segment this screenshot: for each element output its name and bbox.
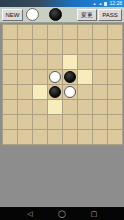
board-cell-f1[interactable] xyxy=(78,25,93,40)
recents-icon[interactable]: ▢ xyxy=(90,210,98,217)
board-cell-h3[interactable] xyxy=(108,55,123,70)
wifi-icon: ▲ xyxy=(93,2,97,6)
board-cell-h4[interactable] xyxy=(108,70,123,85)
board-cell-a4[interactable] xyxy=(3,70,18,85)
board-cell-h8[interactable] xyxy=(108,130,123,145)
board-cell-e1[interactable] xyxy=(63,25,78,40)
board-cell-b3[interactable] xyxy=(18,55,33,70)
navigation-bar: ◁ ◯ ▢ xyxy=(0,207,124,220)
board-cell-b7[interactable] xyxy=(18,115,33,130)
board-cell-a6[interactable] xyxy=(3,100,18,115)
board-cell-d6-legal-move[interactable] xyxy=(48,100,63,115)
board-cell-c3[interactable] xyxy=(33,55,48,70)
app-screen: ▲ ▲ 12:28 NEW 変更 PASS ◁ ◯ ▢ xyxy=(0,0,124,220)
board-cell-b8[interactable] xyxy=(18,130,33,145)
board-cell-b6[interactable] xyxy=(18,100,33,115)
board-cell-e8[interactable] xyxy=(63,130,78,145)
board-cell-h1[interactable] xyxy=(108,25,123,40)
board-cell-e6[interactable] xyxy=(63,100,78,115)
battery-icon xyxy=(104,2,107,6)
board-cell-c7[interactable] xyxy=(33,115,48,130)
board-cell-e2[interactable] xyxy=(63,40,78,55)
board-cell-a5[interactable] xyxy=(3,85,18,100)
board-cell-d3[interactable] xyxy=(48,55,63,70)
black-stone xyxy=(64,71,76,83)
board-cell-d5[interactable] xyxy=(48,85,63,100)
toolbar: NEW 変更 PASS xyxy=(0,7,124,23)
board-cell-c6[interactable] xyxy=(33,100,48,115)
white-stone xyxy=(64,86,76,98)
board-cell-h2[interactable] xyxy=(108,40,123,55)
board-cell-g3[interactable] xyxy=(93,55,108,70)
board-cell-e5[interactable] xyxy=(63,85,78,100)
signal-icon: ▲ xyxy=(99,2,103,6)
board-cell-a8[interactable] xyxy=(3,130,18,145)
board-cell-d4[interactable] xyxy=(48,70,63,85)
black-stone xyxy=(49,86,61,98)
board xyxy=(2,24,123,145)
board-cell-f8[interactable] xyxy=(78,130,93,145)
board-cell-a2[interactable] xyxy=(3,40,18,55)
black-player-stone-indicator xyxy=(49,8,62,21)
board-cell-f4-legal-move[interactable] xyxy=(78,70,93,85)
new-button[interactable]: NEW xyxy=(2,9,23,21)
board-cell-g5[interactable] xyxy=(93,85,108,100)
board-cell-d2[interactable] xyxy=(48,40,63,55)
board-cell-c8[interactable] xyxy=(33,130,48,145)
pass-button[interactable]: PASS xyxy=(98,9,122,21)
board-cell-d7[interactable] xyxy=(48,115,63,130)
white-player-stone-indicator xyxy=(26,8,39,21)
board-cell-h7[interactable] xyxy=(108,115,123,130)
board-cell-c4[interactable] xyxy=(33,70,48,85)
board-cell-g6[interactable] xyxy=(93,100,108,115)
board-cell-c1[interactable] xyxy=(33,25,48,40)
board-cell-d8[interactable] xyxy=(48,130,63,145)
status-bar: ▲ ▲ 12:28 xyxy=(0,0,124,7)
board-cell-e3-legal-move[interactable] xyxy=(63,55,78,70)
board-cell-f7[interactable] xyxy=(78,115,93,130)
board-cell-g4[interactable] xyxy=(93,70,108,85)
board-cell-b5[interactable] xyxy=(18,85,33,100)
white-stone xyxy=(49,71,61,83)
board-cell-a7[interactable] xyxy=(3,115,18,130)
board-cell-g2[interactable] xyxy=(93,40,108,55)
home-icon[interactable]: ◯ xyxy=(58,210,66,217)
back-icon[interactable]: ◁ xyxy=(26,210,34,217)
board-cell-h6[interactable] xyxy=(108,100,123,115)
board-cell-e4[interactable] xyxy=(63,70,78,85)
board-cell-b4[interactable] xyxy=(18,70,33,85)
board-cell-b2[interactable] xyxy=(18,40,33,55)
board-cell-b1[interactable] xyxy=(18,25,33,40)
board-cell-h5[interactable] xyxy=(108,85,123,100)
board-cell-f5[interactable] xyxy=(78,85,93,100)
board-cell-g8[interactable] xyxy=(93,130,108,145)
board-cell-g7[interactable] xyxy=(93,115,108,130)
board-cell-a3[interactable] xyxy=(3,55,18,70)
board-cell-c5-legal-move[interactable] xyxy=(33,85,48,100)
board-cell-c2[interactable] xyxy=(33,40,48,55)
status-time: 12:28 xyxy=(109,1,122,6)
board-cell-f3[interactable] xyxy=(78,55,93,70)
board-cell-a1[interactable] xyxy=(3,25,18,40)
board-cell-e7[interactable] xyxy=(63,115,78,130)
board-cell-g1[interactable] xyxy=(93,25,108,40)
board-cell-d1[interactable] xyxy=(48,25,63,40)
board-cell-f2[interactable] xyxy=(78,40,93,55)
board-cell-f6[interactable] xyxy=(78,100,93,115)
change-button[interactable]: 変更 xyxy=(77,9,97,21)
